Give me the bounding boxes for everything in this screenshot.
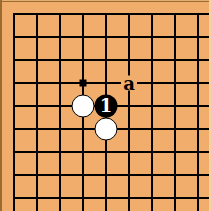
grid-line-vertical <box>13 13 15 211</box>
go-board-diagram: 1a <box>0 0 211 211</box>
grid-line-vertical <box>128 13 130 211</box>
grid-line-horizontal <box>13 13 211 15</box>
white-stone <box>95 118 118 141</box>
board-frame-right <box>209 0 211 211</box>
board-frame-top-shadow <box>0 1 211 2</box>
hoshi-marker <box>80 80 87 87</box>
grid-line-horizontal <box>13 151 211 153</box>
grid-line-vertical <box>59 13 61 211</box>
grid-line-vertical <box>151 13 153 211</box>
grid-line-horizontal <box>13 82 211 84</box>
grid-line-vertical <box>174 13 176 211</box>
grid-line-vertical <box>36 13 38 211</box>
grid-line-horizontal <box>13 197 211 199</box>
point-label-a: a <box>121 76 137 91</box>
grid-line-horizontal <box>13 174 211 176</box>
grid-line-horizontal <box>13 59 211 61</box>
grid-line-vertical <box>197 13 199 211</box>
black-stone-1: 1 <box>95 95 118 118</box>
move-number-label: 1 <box>100 96 113 114</box>
white-stone <box>72 95 95 118</box>
board-frame-left <box>0 0 2 211</box>
grid-line-horizontal <box>13 36 211 38</box>
